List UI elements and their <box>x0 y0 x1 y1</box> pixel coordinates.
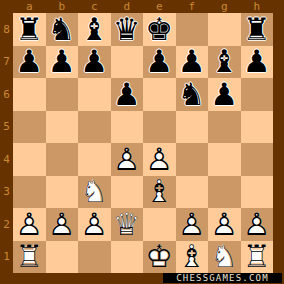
pawn-outline-glyph: ♙ <box>143 143 176 176</box>
black-pawn: ♟ <box>78 46 111 79</box>
square-h8[interactable]: ♜ <box>241 13 274 46</box>
square-d3[interactable] <box>111 176 144 209</box>
knight-glyph: ♞ <box>178 79 206 110</box>
pawn-glyph: ♟ <box>113 79 141 110</box>
square-a4[interactable] <box>13 143 46 176</box>
square-a3[interactable] <box>13 176 46 209</box>
square-d5[interactable] <box>111 111 144 144</box>
rank-label-4: 4 <box>0 143 13 176</box>
rank-label-7: 7 <box>0 46 13 79</box>
square-g6[interactable]: ♟ <box>208 78 241 111</box>
square-e3[interactable]: ♝♗ <box>143 176 176 209</box>
black-pawn: ♟ <box>208 78 241 111</box>
black-knight: ♞ <box>176 78 209 111</box>
square-b1[interactable] <box>46 241 79 274</box>
black-pawn: ♟ <box>46 46 79 79</box>
chessgames-watermark: CHESSGAMES.COM <box>163 273 282 283</box>
queen-outline-glyph: ♕ <box>111 208 144 241</box>
square-d2[interactable]: ♛♕ <box>111 208 144 241</box>
black-bishop: ♝ <box>208 46 241 79</box>
square-f6[interactable]: ♞ <box>176 78 209 111</box>
rook-outline-glyph: ♖ <box>13 241 46 274</box>
square-e5[interactable] <box>143 111 176 144</box>
square-h7[interactable]: ♟ <box>241 46 274 79</box>
square-b2[interactable]: ♟♙ <box>46 208 79 241</box>
square-c7[interactable]: ♟ <box>78 46 111 79</box>
pawn-outline-glyph: ♙ <box>13 208 46 241</box>
square-c1[interactable] <box>78 241 111 274</box>
black-pawn: ♟ <box>143 46 176 79</box>
square-a5[interactable] <box>13 111 46 144</box>
square-b7[interactable]: ♟ <box>46 46 79 79</box>
white-king: ♚♔ <box>143 241 176 274</box>
black-pawn: ♟ <box>176 46 209 79</box>
black-rook: ♜ <box>13 13 46 46</box>
king-glyph: ♚ <box>145 14 173 45</box>
pawn-glyph: ♟ <box>178 46 206 77</box>
square-e8[interactable]: ♚ <box>143 13 176 46</box>
queen-glyph: ♛ <box>113 14 141 45</box>
white-pawn: ♟♙ <box>208 208 241 241</box>
square-a8[interactable]: ♜ <box>13 13 46 46</box>
square-b4[interactable] <box>46 143 79 176</box>
bishop-outline-glyph: ♗ <box>143 176 176 209</box>
knight-glyph: ♞ <box>48 14 76 45</box>
white-pawn: ♟♙ <box>13 208 46 241</box>
square-d8[interactable]: ♛ <box>111 13 144 46</box>
knight-outline-glyph: ♘ <box>78 176 111 209</box>
square-e2[interactable] <box>143 208 176 241</box>
square-d7[interactable] <box>111 46 144 79</box>
black-queen: ♛ <box>111 13 144 46</box>
square-a6[interactable] <box>13 78 46 111</box>
square-g7[interactable]: ♝ <box>208 46 241 79</box>
rank-label-6: 6 <box>0 78 13 111</box>
black-pawn: ♟ <box>13 46 46 79</box>
rook-outline-glyph: ♖ <box>241 241 274 274</box>
square-a1[interactable]: ♜♖ <box>13 241 46 274</box>
white-pawn: ♟♙ <box>241 208 274 241</box>
square-h3[interactable] <box>241 176 274 209</box>
rank-label-2: 2 <box>0 208 13 241</box>
rank-labels: 87654321 <box>0 13 13 273</box>
pawn-outline-glyph: ♙ <box>78 208 111 241</box>
rank-label-3: 3 <box>0 176 13 209</box>
square-b5[interactable] <box>46 111 79 144</box>
white-pawn: ♟♙ <box>111 143 144 176</box>
square-c8[interactable]: ♝ <box>78 13 111 46</box>
square-c3[interactable]: ♞♘ <box>78 176 111 209</box>
square-d1[interactable] <box>111 241 144 274</box>
square-f2[interactable]: ♟♙ <box>176 208 209 241</box>
white-pawn: ♟♙ <box>143 143 176 176</box>
rook-glyph: ♜ <box>15 14 43 45</box>
square-f7[interactable]: ♟ <box>176 46 209 79</box>
square-g2[interactable]: ♟♙ <box>208 208 241 241</box>
file-label-g: g <box>208 0 241 13</box>
square-h2[interactable]: ♟♙ <box>241 208 274 241</box>
white-pawn: ♟♙ <box>176 208 209 241</box>
king-outline-glyph: ♔ <box>143 241 176 274</box>
square-g1[interactable]: ♞♘ <box>208 241 241 274</box>
black-bishop: ♝ <box>78 13 111 46</box>
chess-board-frame: abcdefgh 87654321 ♜♞♝♛♚♜♟♟♟♟♟♝♟♟♞♟♟♙♟♙♞♘… <box>0 0 284 284</box>
square-h1[interactable]: ♜♖ <box>241 241 274 274</box>
square-b6[interactable] <box>46 78 79 111</box>
bishop-glyph: ♝ <box>210 46 238 77</box>
square-f8[interactable] <box>176 13 209 46</box>
white-rook: ♜♖ <box>13 241 46 274</box>
knight-outline-glyph: ♘ <box>208 241 241 274</box>
square-g8[interactable] <box>208 13 241 46</box>
black-king: ♚ <box>143 13 176 46</box>
square-h6[interactable] <box>241 78 274 111</box>
square-c5[interactable] <box>78 111 111 144</box>
chessgames-watermark-text: CHESSGAMES.COM <box>176 273 269 283</box>
square-h5[interactable] <box>241 111 274 144</box>
rook-glyph: ♜ <box>243 14 271 45</box>
square-f5[interactable] <box>176 111 209 144</box>
white-bishop: ♝♗ <box>176 241 209 274</box>
black-pawn: ♟ <box>111 78 144 111</box>
square-f4[interactable] <box>176 143 209 176</box>
square-e1[interactable]: ♚♔ <box>143 241 176 274</box>
white-rook: ♜♖ <box>241 241 274 274</box>
white-bishop: ♝♗ <box>143 176 176 209</box>
pawn-glyph: ♟ <box>243 46 271 77</box>
square-b3[interactable] <box>46 176 79 209</box>
square-c4[interactable] <box>78 143 111 176</box>
square-h4[interactable] <box>241 143 274 176</box>
rank-label-8: 8 <box>0 13 13 46</box>
square-c6[interactable] <box>78 78 111 111</box>
square-e7[interactable]: ♟ <box>143 46 176 79</box>
pawn-glyph: ♟ <box>145 46 173 77</box>
square-g4[interactable] <box>208 143 241 176</box>
square-g5[interactable] <box>208 111 241 144</box>
rank-label-5: 5 <box>0 111 13 144</box>
square-e6[interactable] <box>143 78 176 111</box>
square-e4[interactable]: ♟♙ <box>143 143 176 176</box>
pawn-outline-glyph: ♙ <box>208 208 241 241</box>
chess-board: ♜♞♝♛♚♜♟♟♟♟♟♝♟♟♞♟♟♙♟♙♞♘♝♗♟♙♟♙♟♙♛♕♟♙♟♙♟♙♜♖… <box>13 13 273 273</box>
white-pawn: ♟♙ <box>46 208 79 241</box>
square-f3[interactable] <box>176 176 209 209</box>
white-pawn: ♟♙ <box>78 208 111 241</box>
pawn-glyph: ♟ <box>210 79 238 110</box>
square-d4[interactable]: ♟♙ <box>111 143 144 176</box>
pawn-outline-glyph: ♙ <box>241 208 274 241</box>
pawn-glyph: ♟ <box>15 46 43 77</box>
black-rook: ♜ <box>241 13 274 46</box>
square-b8[interactable]: ♞ <box>46 13 79 46</box>
white-queen: ♛♕ <box>111 208 144 241</box>
pawn-outline-glyph: ♙ <box>176 208 209 241</box>
file-label-f: f <box>176 0 209 13</box>
square-a7[interactable]: ♟ <box>13 46 46 79</box>
square-g3[interactable] <box>208 176 241 209</box>
rank-label-1: 1 <box>0 241 13 274</box>
bishop-outline-glyph: ♗ <box>176 241 209 274</box>
pawn-glyph: ♟ <box>80 46 108 77</box>
bishop-glyph: ♝ <box>80 14 108 45</box>
pawn-outline-glyph: ♙ <box>46 208 79 241</box>
square-a2[interactable]: ♟♙ <box>13 208 46 241</box>
pawn-glyph: ♟ <box>48 46 76 77</box>
white-knight: ♞♘ <box>78 176 111 209</box>
square-c2[interactable]: ♟♙ <box>78 208 111 241</box>
white-knight: ♞♘ <box>208 241 241 274</box>
square-f1[interactable]: ♝♗ <box>176 241 209 274</box>
black-pawn: ♟ <box>241 46 274 79</box>
pawn-outline-glyph: ♙ <box>111 143 144 176</box>
square-d6[interactable]: ♟ <box>111 78 144 111</box>
black-knight: ♞ <box>46 13 79 46</box>
